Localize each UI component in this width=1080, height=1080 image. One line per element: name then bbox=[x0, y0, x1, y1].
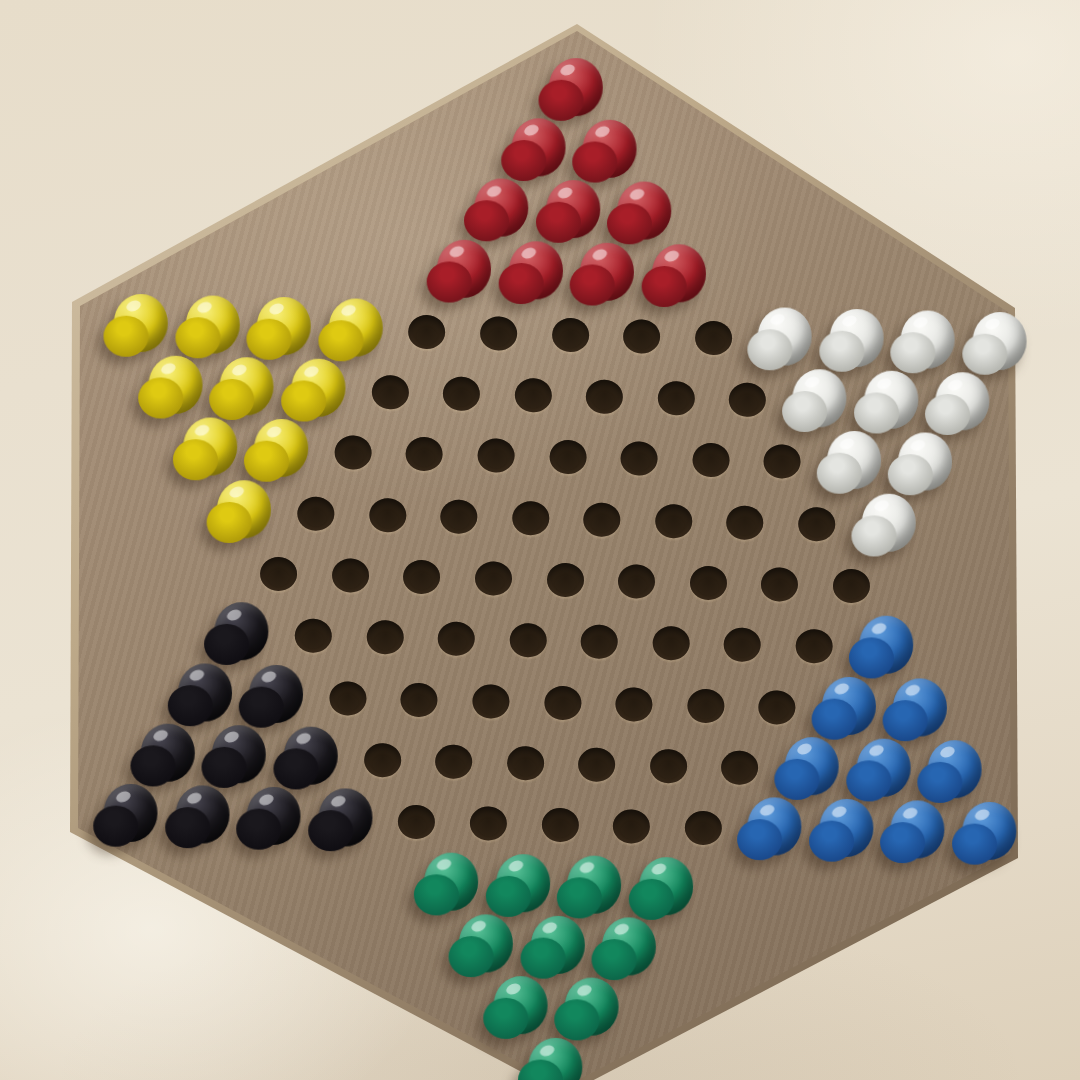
board-hole[interactable] bbox=[615, 687, 653, 722]
cell-r10c4 bbox=[420, 608, 493, 671]
peg-blue[interactable] bbox=[821, 676, 876, 735]
peg-black[interactable] bbox=[174, 785, 229, 844]
board-hole[interactable] bbox=[618, 564, 656, 599]
peg-blue[interactable] bbox=[784, 737, 839, 796]
board-hole[interactable] bbox=[583, 502, 621, 537]
star-grid bbox=[89, 49, 1042, 1080]
peg-yellow[interactable] bbox=[185, 295, 240, 354]
cell-r11c7 bbox=[598, 673, 671, 736]
cell-r11c5 bbox=[454, 670, 527, 733]
cell-r5c3 bbox=[247, 298, 320, 361]
cell-r8c9 bbox=[780, 493, 853, 556]
peg-red[interactable] bbox=[508, 240, 563, 299]
peg-red[interactable] bbox=[582, 119, 637, 178]
cell-r13c6 bbox=[452, 792, 525, 855]
peg-red[interactable] bbox=[437, 239, 492, 298]
peg-black[interactable] bbox=[212, 725, 267, 784]
board-hole[interactable] bbox=[689, 566, 727, 601]
board-hole[interactable] bbox=[443, 377, 481, 412]
board-hole[interactable] bbox=[684, 811, 722, 846]
cell-r6c2 bbox=[210, 358, 283, 421]
peg-blue[interactable] bbox=[747, 797, 802, 856]
peg-red[interactable] bbox=[511, 118, 566, 177]
cell-r8c5 bbox=[494, 487, 567, 550]
peg-white[interactable] bbox=[935, 372, 990, 431]
peg-black[interactable] bbox=[246, 787, 301, 846]
cell-r8c2 bbox=[279, 482, 352, 545]
cell-r9c8 bbox=[743, 553, 816, 616]
board-hole[interactable] bbox=[544, 685, 582, 720]
cell-r13c12 bbox=[881, 801, 954, 864]
cell-r9c3 bbox=[385, 546, 458, 609]
cell-r10c8 bbox=[706, 614, 779, 677]
cell-r11c11 bbox=[884, 679, 957, 742]
cell-r11c4 bbox=[383, 668, 456, 731]
peg-black[interactable] bbox=[249, 664, 304, 723]
cell-r16c2 bbox=[555, 978, 628, 1041]
board-hole[interactable] bbox=[549, 440, 587, 475]
cell-r12c3 bbox=[274, 727, 347, 790]
board-hole[interactable] bbox=[758, 690, 796, 725]
cell-r10c2 bbox=[277, 605, 350, 668]
board-hole[interactable] bbox=[832, 569, 870, 604]
cell-r3c3 bbox=[608, 182, 681, 245]
cell-r6c11 bbox=[855, 372, 928, 435]
cell-r12c2 bbox=[203, 726, 276, 789]
peg-white[interactable] bbox=[792, 369, 847, 428]
cell-r1c1 bbox=[539, 58, 612, 121]
cell-r2c1 bbox=[502, 119, 575, 182]
cell-r14c1 bbox=[415, 853, 488, 916]
board-hole[interactable] bbox=[652, 626, 690, 661]
peg-blue[interactable] bbox=[858, 615, 913, 674]
peg-blue[interactable] bbox=[856, 738, 911, 797]
board-hole[interactable] bbox=[687, 688, 725, 723]
cell-r8c10 bbox=[852, 494, 925, 557]
peg-yellow[interactable] bbox=[182, 417, 237, 476]
cell-r8c3 bbox=[351, 484, 424, 547]
cell-r4c3 bbox=[571, 243, 644, 306]
cell-r2c2 bbox=[573, 120, 646, 183]
cell-r12c5 bbox=[417, 730, 490, 793]
cell-r7c10 bbox=[817, 432, 890, 495]
cell-r11c9 bbox=[741, 676, 814, 739]
board-hole[interactable] bbox=[512, 501, 550, 536]
cell-r6c4 bbox=[353, 361, 426, 424]
cell-r17c1 bbox=[518, 1039, 591, 1080]
cell-r12c12 bbox=[918, 741, 991, 804]
peg-green[interactable] bbox=[564, 977, 619, 1036]
cell-r15c1 bbox=[449, 915, 522, 978]
board-hole[interactable] bbox=[798, 507, 836, 542]
cell-r11c10 bbox=[812, 677, 885, 740]
cell-r9c4 bbox=[457, 547, 530, 610]
cell-r13c4 bbox=[309, 789, 382, 852]
cell-r13c13 bbox=[953, 803, 1026, 866]
cell-r9c1 bbox=[242, 543, 315, 606]
board-hole[interactable] bbox=[437, 622, 475, 657]
board-hole[interactable] bbox=[655, 504, 693, 539]
cell-r6c9 bbox=[711, 369, 784, 432]
peg-yellow[interactable] bbox=[291, 358, 346, 417]
cell-r11c1 bbox=[168, 664, 241, 727]
peg-red[interactable] bbox=[545, 180, 600, 239]
cell-r6c7 bbox=[568, 366, 641, 429]
cell-r12c10 bbox=[775, 738, 848, 801]
board-hole[interactable] bbox=[623, 319, 661, 354]
peg-red[interactable] bbox=[651, 243, 706, 302]
peg-black[interactable] bbox=[177, 663, 232, 722]
board-hole[interactable] bbox=[294, 619, 332, 654]
board-hole[interactable] bbox=[480, 316, 518, 351]
peg-blue[interactable] bbox=[890, 800, 945, 859]
board-hole[interactable] bbox=[541, 808, 579, 843]
cell-r5c2 bbox=[176, 296, 249, 359]
board-hole[interactable] bbox=[366, 620, 404, 655]
board-hole[interactable] bbox=[371, 375, 409, 410]
cell-r5c9 bbox=[677, 306, 750, 369]
cell-r5c5 bbox=[391, 300, 464, 363]
cell-r10c10 bbox=[849, 617, 922, 680]
peg-yellow[interactable] bbox=[256, 296, 311, 355]
cell-r7c1 bbox=[173, 419, 246, 482]
cell-r7c5 bbox=[460, 425, 533, 488]
peg-blue[interactable] bbox=[962, 802, 1017, 861]
cell-r9c7 bbox=[672, 552, 745, 615]
board-hole[interactable] bbox=[724, 628, 762, 663]
peg-yellow[interactable] bbox=[254, 419, 309, 478]
peg-green[interactable] bbox=[495, 853, 550, 912]
cell-r8c4 bbox=[422, 485, 495, 548]
cell-r4c1 bbox=[428, 240, 501, 303]
cell-r10c7 bbox=[635, 612, 708, 675]
board-hole[interactable] bbox=[692, 443, 730, 478]
cell-r5c8 bbox=[605, 305, 678, 368]
board-hole[interactable] bbox=[726, 505, 764, 540]
peg-red[interactable] bbox=[548, 57, 603, 116]
board-hole[interactable] bbox=[408, 314, 446, 349]
peg-green[interactable] bbox=[530, 915, 585, 974]
cell-r4c2 bbox=[499, 241, 572, 304]
cell-r12c7 bbox=[561, 733, 634, 796]
cell-r6c1 bbox=[139, 357, 212, 420]
board-hole[interactable] bbox=[398, 805, 436, 840]
cell-r14c2 bbox=[486, 854, 559, 917]
cell-r5c12 bbox=[892, 311, 965, 374]
peg-white[interactable] bbox=[757, 307, 812, 366]
cell-r7c2 bbox=[245, 420, 318, 483]
cell-r5c13 bbox=[963, 312, 1036, 375]
cell-r7c8 bbox=[674, 429, 747, 492]
cell-r13c10 bbox=[738, 798, 811, 861]
peg-white[interactable] bbox=[898, 432, 953, 491]
cell-r11c2 bbox=[240, 665, 313, 728]
board-hole[interactable] bbox=[763, 445, 801, 480]
board-hole[interactable] bbox=[435, 744, 473, 779]
cell-r10c5 bbox=[491, 609, 564, 672]
peg-yellow[interactable] bbox=[328, 298, 383, 357]
cell-r14c3 bbox=[558, 856, 631, 919]
board-hole[interactable] bbox=[472, 684, 510, 719]
cell-r7c9 bbox=[746, 431, 819, 494]
board-hole[interactable] bbox=[440, 499, 478, 534]
cell-r14c4 bbox=[630, 857, 703, 920]
board-hole[interactable] bbox=[613, 809, 651, 844]
peg-white[interactable] bbox=[861, 493, 916, 552]
board-hole[interactable] bbox=[729, 383, 767, 418]
cell-r12c4 bbox=[346, 729, 419, 792]
cell-r7c4 bbox=[388, 423, 461, 486]
cell-r8c8 bbox=[709, 491, 782, 554]
peg-green[interactable] bbox=[458, 914, 513, 973]
cell-r10c3 bbox=[348, 606, 421, 669]
cell-r13c7 bbox=[523, 794, 596, 857]
peg-black[interactable] bbox=[318, 788, 373, 847]
cell-r12c6 bbox=[489, 732, 562, 795]
board-hole[interactable] bbox=[329, 681, 367, 716]
peg-red[interactable] bbox=[580, 242, 635, 301]
cell-r6c8 bbox=[640, 367, 713, 430]
board-hole[interactable] bbox=[403, 560, 441, 595]
cell-r13c5 bbox=[380, 791, 453, 854]
cell-r6c5 bbox=[425, 363, 498, 426]
board-hole[interactable] bbox=[578, 747, 616, 782]
peg-yellow[interactable] bbox=[148, 355, 203, 414]
cell-r5c1 bbox=[104, 295, 177, 358]
cell-r13c3 bbox=[237, 788, 310, 851]
board-hole[interactable] bbox=[694, 320, 732, 355]
cell-r11c6 bbox=[526, 671, 599, 734]
cell-r6c6 bbox=[497, 364, 570, 427]
board-hole[interactable] bbox=[509, 623, 547, 658]
board-hole[interactable] bbox=[657, 381, 695, 416]
cell-r8c1 bbox=[208, 481, 281, 544]
board-hole[interactable] bbox=[406, 437, 444, 472]
cell-r12c11 bbox=[847, 739, 920, 802]
cell-r13c1 bbox=[94, 785, 167, 848]
board-hole[interactable] bbox=[469, 806, 507, 841]
cell-r5c4 bbox=[319, 299, 392, 362]
cell-r13c9 bbox=[667, 797, 740, 860]
cell-r5c11 bbox=[820, 309, 893, 372]
board-hole[interactable] bbox=[650, 749, 688, 784]
board-hole[interactable] bbox=[331, 558, 369, 593]
cell-r7c7 bbox=[603, 428, 676, 491]
peg-blue[interactable] bbox=[927, 740, 982, 799]
cell-r9c5 bbox=[529, 549, 602, 612]
cell-r10c1 bbox=[205, 603, 278, 666]
cell-r5c6 bbox=[462, 302, 535, 365]
peg-red[interactable] bbox=[474, 178, 529, 237]
cell-r10c6 bbox=[563, 611, 636, 674]
board-hole[interactable] bbox=[514, 378, 552, 413]
cell-r3c1 bbox=[465, 179, 538, 242]
peg-green[interactable] bbox=[638, 856, 693, 915]
cell-r12c8 bbox=[632, 735, 705, 798]
cell-r10c9 bbox=[778, 615, 851, 678]
cell-r12c1 bbox=[131, 724, 204, 787]
peg-black[interactable] bbox=[283, 726, 338, 785]
peg-blue[interactable] bbox=[893, 678, 948, 737]
peg-green[interactable] bbox=[601, 917, 656, 976]
cell-r16c1 bbox=[484, 977, 557, 1040]
cell-r6c12 bbox=[926, 373, 999, 436]
board-hole[interactable] bbox=[620, 442, 658, 477]
cell-r7c11 bbox=[889, 434, 962, 497]
cell-r3c2 bbox=[536, 181, 609, 244]
peg-green[interactable] bbox=[424, 852, 479, 911]
peg-white[interactable] bbox=[972, 311, 1027, 370]
peg-black[interactable] bbox=[140, 723, 195, 782]
peg-yellow[interactable] bbox=[217, 479, 272, 538]
peg-green[interactable] bbox=[493, 976, 548, 1035]
peg-green[interactable] bbox=[567, 855, 622, 914]
board-hole[interactable] bbox=[507, 746, 545, 781]
board-hole[interactable] bbox=[551, 317, 589, 352]
cell-r13c8 bbox=[595, 795, 668, 858]
cell-r13c2 bbox=[166, 786, 239, 849]
cell-r8c6 bbox=[566, 488, 639, 551]
board-hole[interactable] bbox=[581, 625, 619, 660]
cell-r7c6 bbox=[531, 426, 604, 489]
cell-r7c3 bbox=[316, 422, 389, 485]
peg-black[interactable] bbox=[214, 602, 269, 661]
board-hole[interactable] bbox=[761, 567, 799, 602]
cell-r4c4 bbox=[642, 244, 715, 307]
board-hole[interactable] bbox=[260, 557, 298, 592]
cell-r8c7 bbox=[637, 490, 710, 553]
cell-r11c3 bbox=[311, 667, 384, 730]
board-hole[interactable] bbox=[368, 498, 406, 533]
cell-r9c2 bbox=[314, 544, 387, 607]
cell-r11c8 bbox=[669, 674, 742, 737]
board-hole[interactable] bbox=[297, 496, 335, 531]
board-hole[interactable] bbox=[721, 750, 759, 785]
cell-r15c3 bbox=[592, 918, 665, 981]
board-hole[interactable] bbox=[795, 629, 833, 664]
cell-r15c2 bbox=[521, 916, 594, 979]
board-hole[interactable] bbox=[334, 436, 372, 471]
peg-white[interactable] bbox=[829, 308, 884, 367]
board-hole[interactable] bbox=[400, 682, 438, 717]
peg-green[interactable] bbox=[527, 1038, 582, 1080]
table-background bbox=[0, 0, 1080, 1080]
cell-r9c6 bbox=[600, 550, 673, 613]
cell-r9c9 bbox=[815, 555, 888, 618]
cell-r12c9 bbox=[704, 736, 777, 799]
cell-r6c3 bbox=[282, 360, 355, 423]
cell-r6c10 bbox=[783, 370, 856, 433]
peg-white[interactable] bbox=[826, 431, 881, 490]
cell-r5c10 bbox=[748, 308, 821, 371]
cell-r5c7 bbox=[534, 303, 607, 366]
board-hole[interactable] bbox=[477, 439, 515, 474]
board-hole[interactable] bbox=[586, 380, 624, 415]
peg-yellow[interactable] bbox=[219, 357, 274, 416]
peg-blue[interactable] bbox=[819, 799, 874, 858]
peg-white[interactable] bbox=[863, 370, 918, 429]
peg-white[interactable] bbox=[900, 310, 955, 369]
peg-black[interactable] bbox=[103, 784, 158, 843]
cell-r13c11 bbox=[810, 800, 883, 863]
peg-yellow[interactable] bbox=[113, 293, 168, 352]
board-hole[interactable] bbox=[363, 743, 401, 778]
peg-red[interactable] bbox=[617, 181, 672, 240]
board-hole[interactable] bbox=[475, 561, 513, 596]
board-hole[interactable] bbox=[546, 563, 584, 598]
